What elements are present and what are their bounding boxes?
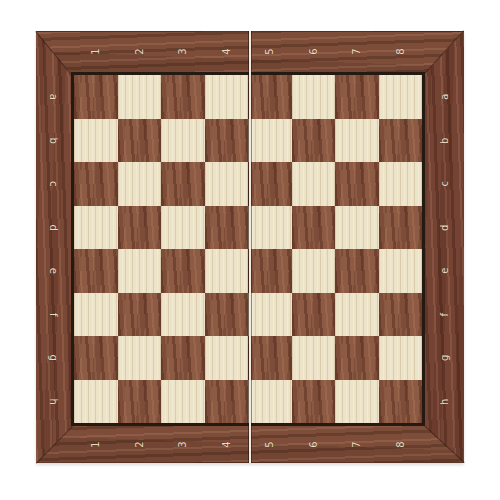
- square-e8: [379, 249, 423, 293]
- square-h4: [205, 380, 249, 424]
- square-g2: [118, 336, 162, 380]
- square-b6: [292, 119, 336, 163]
- square-c3: [161, 162, 205, 206]
- square-g4: [205, 336, 249, 380]
- square-e3: [161, 249, 205, 293]
- board-frame-right-rail: [424, 31, 464, 463]
- square-a3: [161, 75, 205, 119]
- square-e1: [74, 249, 118, 293]
- square-h2: [118, 380, 162, 424]
- square-d1: [74, 206, 118, 250]
- square-b1: [74, 119, 118, 163]
- square-a1: [74, 75, 118, 119]
- square-c5: [248, 162, 292, 206]
- square-c4: [205, 162, 249, 206]
- square-d4: [205, 206, 249, 250]
- square-c1: [74, 162, 118, 206]
- square-c6: [292, 162, 336, 206]
- square-d8: [379, 206, 423, 250]
- product-photo-background: 12345678 12345678 abcdefgh abcdefgh: [0, 0, 500, 500]
- square-d3: [161, 206, 205, 250]
- board-frame-left-rail: [36, 31, 72, 463]
- square-g7: [335, 336, 379, 380]
- fold-seam: [248, 31, 252, 463]
- square-f8: [379, 293, 423, 337]
- square-c8: [379, 162, 423, 206]
- square-d2: [118, 206, 162, 250]
- square-g8: [379, 336, 423, 380]
- square-b3: [161, 119, 205, 163]
- square-a6: [292, 75, 336, 119]
- square-h1: [74, 380, 118, 424]
- square-a2: [118, 75, 162, 119]
- chessboard: 12345678 12345678 abcdefgh abcdefgh: [36, 31, 464, 463]
- square-h8: [379, 380, 423, 424]
- square-h3: [161, 380, 205, 424]
- square-e5: [248, 249, 292, 293]
- square-h5: [248, 380, 292, 424]
- square-d7: [335, 206, 379, 250]
- square-a5: [248, 75, 292, 119]
- square-g6: [292, 336, 336, 380]
- square-e2: [118, 249, 162, 293]
- square-b5: [248, 119, 292, 163]
- square-g1: [74, 336, 118, 380]
- square-e4: [205, 249, 249, 293]
- square-h7: [335, 380, 379, 424]
- square-g3: [161, 336, 205, 380]
- square-b4: [205, 119, 249, 163]
- square-a7: [335, 75, 379, 119]
- square-e7: [335, 249, 379, 293]
- square-d5: [248, 206, 292, 250]
- square-f4: [205, 293, 249, 337]
- square-c2: [118, 162, 162, 206]
- square-b7: [335, 119, 379, 163]
- square-f1: [74, 293, 118, 337]
- square-d6: [292, 206, 336, 250]
- square-f3: [161, 293, 205, 337]
- square-a8: [379, 75, 423, 119]
- square-e6: [292, 249, 336, 293]
- square-f7: [335, 293, 379, 337]
- square-h6: [292, 380, 336, 424]
- square-c7: [335, 162, 379, 206]
- square-f6: [292, 293, 336, 337]
- square-a4: [205, 75, 249, 119]
- square-g5: [248, 336, 292, 380]
- square-f2: [118, 293, 162, 337]
- square-b8: [379, 119, 423, 163]
- square-f5: [248, 293, 292, 337]
- square-b2: [118, 119, 162, 163]
